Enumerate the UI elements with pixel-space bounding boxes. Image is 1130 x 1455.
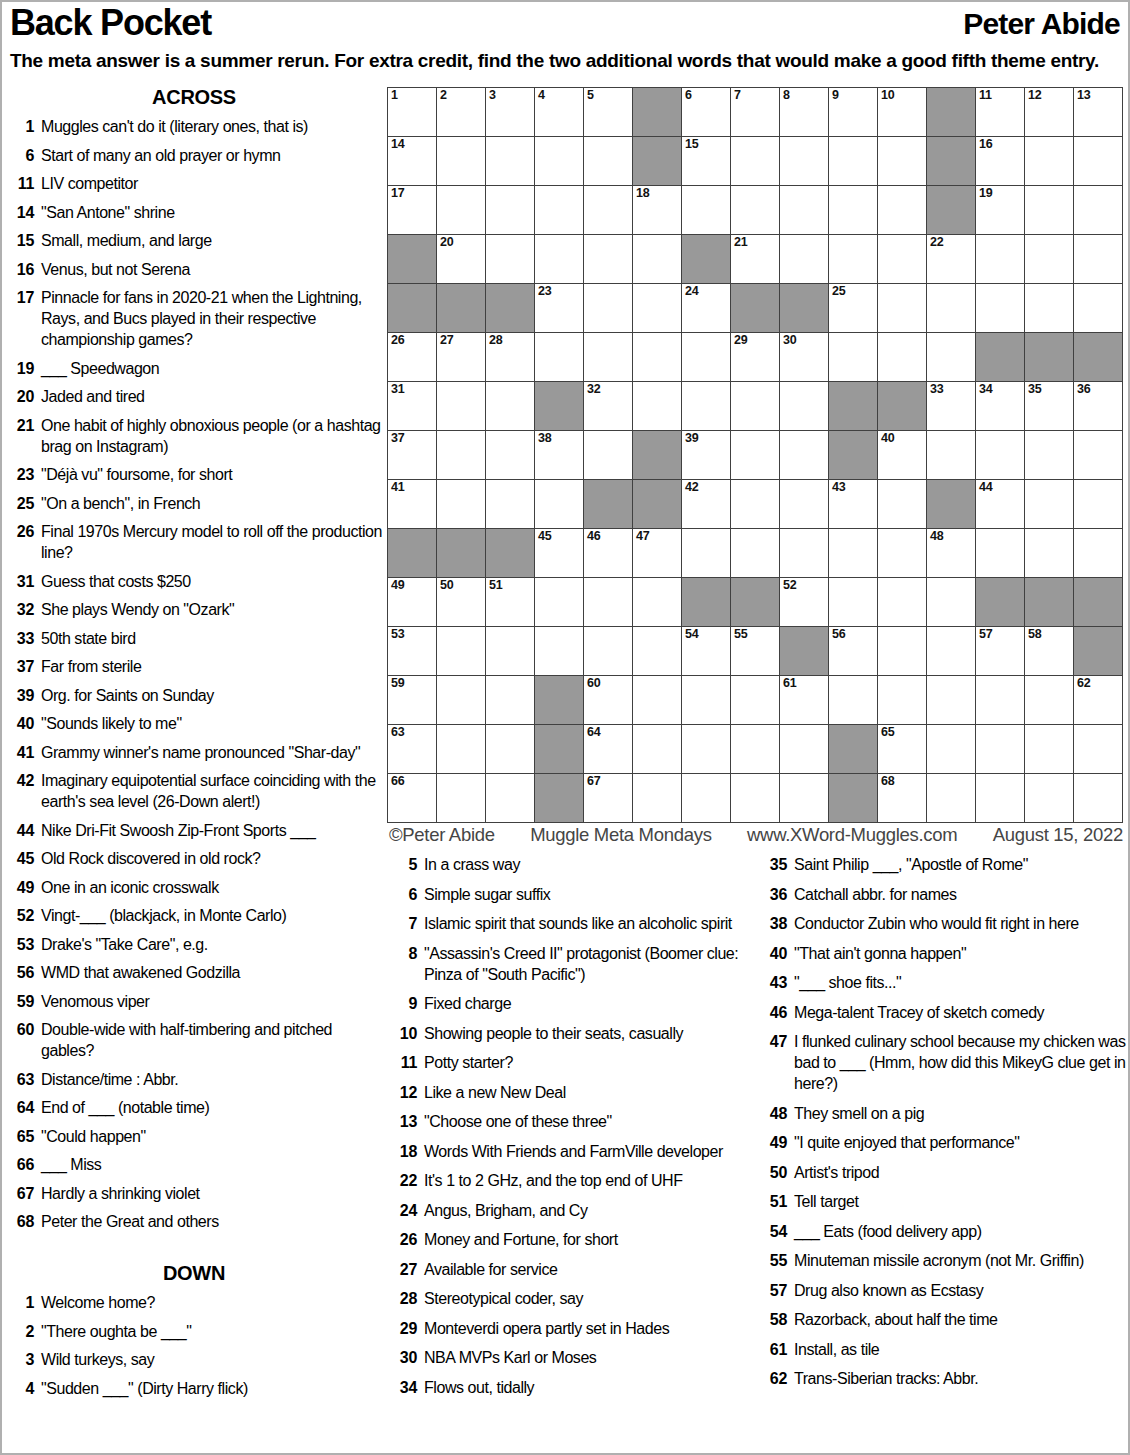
clue-down-38: 38Conductor Zubin who would fit right in… [759, 913, 1127, 934]
cell-r13c9[interactable]: 61 [780, 676, 828, 724]
clue-down-62: 62Trans-Siberian tracks: Abbr. [759, 1368, 1127, 1389]
clue-number: 27 [389, 1259, 417, 1280]
clue-across-39: 39Org. for Saints on Sunday [6, 685, 382, 706]
cell-r8c7[interactable]: 39 [682, 431, 730, 479]
cell-r2c7[interactable]: 15 [682, 137, 730, 185]
clue-number: 11 [389, 1052, 417, 1073]
cell-r3c15[interactable] [1074, 186, 1122, 234]
cell-r13c2[interactable] [437, 676, 485, 724]
cell-r1c7[interactable]: 6 [682, 88, 730, 136]
cell-r14c6[interactable] [633, 725, 681, 773]
cell-r2c13[interactable]: 16 [976, 137, 1024, 185]
cell-r7c12[interactable]: 33 [927, 382, 975, 430]
cell-r14c11[interactable]: 65 [878, 725, 926, 773]
cell-r10c11[interactable] [878, 529, 926, 577]
clue-number: 41 [6, 742, 34, 763]
crossword-grid[interactable]: 1234567891011121314151617181920212223242… [387, 87, 1123, 823]
clue-text: Mega-talent Tracey of sketch comedy [794, 1002, 1044, 1023]
cell-r3c6[interactable]: 18 [633, 186, 681, 234]
clue-number: 28 [389, 1288, 417, 1309]
cell-r2c9[interactable] [780, 137, 828, 185]
clue-number: 60 [6, 1019, 34, 1061]
cell-r2c4[interactable] [535, 137, 583, 185]
cell-r15c7[interactable] [682, 774, 730, 822]
cell-r9c4[interactable] [535, 480, 583, 528]
clue-across-32: 32She plays Wendy on "Ozark" [6, 599, 382, 620]
cell-r15c9[interactable] [780, 774, 828, 822]
cell-r3c8[interactable] [731, 186, 779, 234]
cell-r11c3[interactable]: 51 [486, 578, 534, 626]
clue-number: 43 [759, 972, 787, 993]
cell-r9c2[interactable] [437, 480, 485, 528]
clue-number: 40 [759, 943, 787, 964]
cell-r1c9[interactable]: 8 [780, 88, 828, 136]
clue-text: Minuteman missile acronym (not Mr. Griff… [794, 1250, 1084, 1271]
cell-r15c6[interactable] [633, 774, 681, 822]
cell-r10c9[interactable] [780, 529, 828, 577]
cell-r12c7[interactable]: 54 [682, 627, 730, 675]
cell-r6c5[interactable] [584, 333, 632, 381]
black-cell-r9c12 [927, 480, 975, 528]
cell-r1c11[interactable]: 10 [878, 88, 926, 136]
cell-r7c14[interactable]: 35 [1025, 382, 1073, 430]
cell-r6c9[interactable]: 30 [780, 333, 828, 381]
cell-r2c8[interactable] [731, 137, 779, 185]
clue-number: 54 [759, 1221, 787, 1242]
cell-r9c8[interactable] [731, 480, 779, 528]
clue-text: LIV competitor [41, 173, 138, 194]
cell-r8c2[interactable] [437, 431, 485, 479]
down-clues-column-middle: 5In a crass way6Simple sugar suffix7Isla… [389, 854, 757, 1406]
clue-number: 1 [6, 1292, 34, 1313]
cell-r7c2[interactable] [437, 382, 485, 430]
cell-r15c8[interactable] [731, 774, 779, 822]
black-cell-r10c2 [437, 529, 485, 577]
clue-text: Saint Philip ___, "Apostle of Rome" [794, 854, 1028, 875]
cell-r2c3[interactable] [486, 137, 534, 185]
clue-text: Potty starter? [424, 1052, 513, 1073]
cell-r4c6[interactable] [633, 235, 681, 283]
cell-r15c2[interactable] [437, 774, 485, 822]
clue-number: 5 [389, 854, 417, 875]
cell-r5c7[interactable]: 24 [682, 284, 730, 332]
black-cell-r5c9 [780, 284, 828, 332]
clue-across-1: 1Muggles can't do it (literary ones, tha… [6, 116, 382, 137]
puzzle-author: Peter Abide [963, 7, 1120, 41]
cell-r9c7[interactable]: 42 [682, 480, 730, 528]
cell-r14c8[interactable] [731, 725, 779, 773]
clue-down-4: 4"Sudden ___" (Dirty Harry flick) [6, 1378, 382, 1399]
cell-r11c9[interactable]: 52 [780, 578, 828, 626]
cell-r13c7[interactable] [682, 676, 730, 724]
black-cell-r5c8 [731, 284, 779, 332]
cell-number: 64 [587, 725, 600, 739]
cell-r6c10[interactable] [829, 333, 877, 381]
cell-r4c4[interactable] [535, 235, 583, 283]
cell-r14c14[interactable] [1025, 725, 1073, 773]
cell-number: 38 [538, 431, 551, 445]
cell-r7c15[interactable]: 36 [1074, 382, 1122, 430]
cell-r3c14[interactable] [1025, 186, 1073, 234]
clue-down-58: 58Razorback, about half the time [759, 1309, 1127, 1330]
cell-r4c14[interactable] [1025, 235, 1073, 283]
clue-across-49: 49One in an iconic crosswalk [6, 877, 382, 898]
cell-r6c8[interactable]: 29 [731, 333, 779, 381]
black-cell-r14c10 [829, 725, 877, 773]
cell-r3c10[interactable] [829, 186, 877, 234]
cell-r13c13[interactable] [976, 676, 1024, 724]
meta-instructions: The meta answer is a summer rerun. For e… [10, 50, 1126, 72]
cell-r5c13[interactable] [976, 284, 1024, 332]
cell-r5c11[interactable] [878, 284, 926, 332]
cell-r14c15[interactable] [1074, 725, 1122, 773]
clue-number: 67 [6, 1183, 34, 1204]
cell-r4c11[interactable] [878, 235, 926, 283]
cell-r8c9[interactable] [780, 431, 828, 479]
clue-number: 35 [759, 854, 787, 875]
down-header: DOWN [6, 1262, 382, 1285]
cell-number: 15 [685, 137, 698, 151]
black-cell-r6c13 [976, 333, 1024, 381]
cell-r5c6[interactable] [633, 284, 681, 332]
cell-r4c12[interactable]: 22 [927, 235, 975, 283]
clue-down-6: 6Simple sugar suffix [389, 884, 757, 905]
clue-text: Drake's "Take Care", e.g. [41, 934, 208, 955]
cell-r9c10[interactable]: 43 [829, 480, 877, 528]
cell-r12c3[interactable] [486, 627, 534, 675]
black-cell-r13c4 [535, 676, 583, 724]
cell-r13c8[interactable] [731, 676, 779, 724]
cell-r1c2[interactable]: 2 [437, 88, 485, 136]
cell-r4c5[interactable] [584, 235, 632, 283]
cell-r10c6[interactable]: 47 [633, 529, 681, 577]
cell-number: 10 [881, 88, 894, 102]
clue-text: "Sudden ___" (Dirty Harry flick) [41, 1378, 248, 1399]
cell-number: 9 [832, 88, 839, 102]
clue-across-45: 45Old Rock discovered in old rock? [6, 848, 382, 869]
cell-r4c8[interactable]: 21 [731, 235, 779, 283]
cell-r10c13[interactable] [976, 529, 1024, 577]
footer-url[interactable]: www.XWord-Muggles.com [747, 824, 957, 846]
cell-r3c4[interactable] [535, 186, 583, 234]
cell-r1c15[interactable]: 13 [1074, 88, 1122, 136]
cell-r7c13[interactable]: 34 [976, 382, 1024, 430]
cell-r1c13[interactable]: 11 [976, 88, 1024, 136]
clue-number: 9 [389, 993, 417, 1014]
cell-r13c6[interactable] [633, 676, 681, 724]
cell-r14c2[interactable] [437, 725, 485, 773]
cell-r5c15[interactable] [1074, 284, 1122, 332]
cell-r3c1[interactable]: 17 [388, 186, 436, 234]
cell-r6c2[interactable]: 27 [437, 333, 485, 381]
cell-number: 50 [440, 578, 453, 592]
cell-r4c9[interactable] [780, 235, 828, 283]
cell-r8c1[interactable]: 37 [388, 431, 436, 479]
cell-r9c14[interactable] [1025, 480, 1073, 528]
clue-number: 32 [6, 599, 34, 620]
cell-r15c12[interactable] [927, 774, 975, 822]
cell-r12c14[interactable]: 58 [1025, 627, 1073, 675]
cell-r12c8[interactable]: 55 [731, 627, 779, 675]
clue-text: Showing people to their seats, casually [424, 1023, 683, 1044]
across-clue-list: 1Muggles can't do it (literary ones, tha… [6, 116, 382, 1232]
cell-r7c8[interactable] [731, 382, 779, 430]
cell-r9c9[interactable] [780, 480, 828, 528]
cell-number: 5 [587, 88, 594, 102]
cell-r12c5[interactable] [584, 627, 632, 675]
cell-r8c8[interactable] [731, 431, 779, 479]
cell-r12c12[interactable] [927, 627, 975, 675]
cell-r10c12[interactable]: 48 [927, 529, 975, 577]
cell-r12c2[interactable] [437, 627, 485, 675]
cell-r4c2[interactable]: 20 [437, 235, 485, 283]
cell-r12c13[interactable]: 57 [976, 627, 1024, 675]
clue-number: 64 [6, 1097, 34, 1118]
clue-across-23: 23"Déjà vu" foursome, for short [6, 464, 382, 485]
clue-down-35: 35Saint Philip ___, "Apostle of Rome" [759, 854, 1127, 875]
cell-r12c11[interactable] [878, 627, 926, 675]
cell-r4c3[interactable] [486, 235, 534, 283]
clue-across-63: 63Distance/time : Abbr. [6, 1069, 382, 1090]
clue-number: 65 [6, 1126, 34, 1147]
clue-down-1: 1Welcome home? [6, 1292, 382, 1313]
cell-r11c2[interactable]: 50 [437, 578, 485, 626]
cell-r6c7[interactable] [682, 333, 730, 381]
black-cell-r15c10 [829, 774, 877, 822]
black-cell-r8c10 [829, 431, 877, 479]
cell-r15c5[interactable]: 67 [584, 774, 632, 822]
cell-r2c5[interactable] [584, 137, 632, 185]
cell-number: 14 [391, 137, 404, 151]
cell-r5c5[interactable] [584, 284, 632, 332]
cell-r2c2[interactable] [437, 137, 485, 185]
clue-down-54: 54___ Eats (food delivery app) [759, 1221, 1127, 1242]
cell-r15c11[interactable]: 68 [878, 774, 926, 822]
clue-across-59: 59Venomous viper [6, 991, 382, 1012]
cell-number: 51 [489, 578, 502, 592]
cell-r3c13[interactable]: 19 [976, 186, 1024, 234]
cell-r5c12[interactable] [927, 284, 975, 332]
cell-r6c11[interactable] [878, 333, 926, 381]
clue-text: Fixed charge [424, 993, 511, 1014]
cell-r5c4[interactable]: 23 [535, 284, 583, 332]
clue-number: 42 [6, 770, 34, 812]
cell-number: 17 [391, 186, 404, 200]
cell-r8c15[interactable] [1074, 431, 1122, 479]
black-cell-r7c4 [535, 382, 583, 430]
cell-r11c1[interactable]: 49 [388, 578, 436, 626]
cell-r7c7[interactable] [682, 382, 730, 430]
clue-text: She plays Wendy on "Ozark" [41, 599, 234, 620]
cell-r1c14[interactable]: 12 [1025, 88, 1073, 136]
cell-number: 12 [1028, 88, 1041, 102]
cell-r9c1[interactable]: 41 [388, 480, 436, 528]
clue-across-17: 17Pinnacle for fans in 2020-21 when the … [6, 287, 382, 350]
cell-r8c12[interactable] [927, 431, 975, 479]
cell-r6c3[interactable]: 28 [486, 333, 534, 381]
cell-r7c6[interactable] [633, 382, 681, 430]
cell-number: 30 [783, 333, 796, 347]
cell-r9c11[interactable] [878, 480, 926, 528]
cell-r6c1[interactable]: 26 [388, 333, 436, 381]
clue-across-11: 11LIV competitor [6, 173, 382, 194]
cell-r4c15[interactable] [1074, 235, 1122, 283]
cell-r14c1[interactable]: 63 [388, 725, 436, 773]
clue-number: 48 [759, 1103, 787, 1124]
clue-across-33: 3350th state bird [6, 628, 382, 649]
cell-r10c5[interactable]: 46 [584, 529, 632, 577]
cell-r14c5[interactable]: 64 [584, 725, 632, 773]
cell-r10c4[interactable]: 45 [535, 529, 583, 577]
clue-number: 36 [759, 884, 787, 905]
cell-r3c2[interactable] [437, 186, 485, 234]
clue-number: 26 [6, 521, 34, 563]
clue-down-29: 29Monteverdi opera partly set in Hades [389, 1318, 757, 1339]
cell-r8c4[interactable]: 38 [535, 431, 583, 479]
cell-r10c7[interactable] [682, 529, 730, 577]
cell-r11c12[interactable] [927, 578, 975, 626]
cell-r13c10[interactable] [829, 676, 877, 724]
cell-r8c5[interactable] [584, 431, 632, 479]
cell-r6c6[interactable] [633, 333, 681, 381]
cell-r13c3[interactable] [486, 676, 534, 724]
clue-text: Hardly a shrinking violet [41, 1183, 200, 1204]
cell-number: 40 [881, 431, 894, 445]
clue-text: Double-wide with half-timbering and pitc… [41, 1019, 382, 1061]
cell-r11c10[interactable] [829, 578, 877, 626]
clue-across-14: 14"San Antone" shrine [6, 202, 382, 223]
cell-r14c3[interactable] [486, 725, 534, 773]
cell-r9c3[interactable] [486, 480, 534, 528]
black-cell-r12c9 [780, 627, 828, 675]
clue-text: Catchall abbr. for names [794, 884, 957, 905]
cell-r2c1[interactable]: 14 [388, 137, 436, 185]
cell-number: 62 [1077, 676, 1090, 690]
clue-text: Grammy winner's name pronounced "Shar-da… [41, 742, 360, 763]
cell-number: 60 [587, 676, 600, 690]
cell-r10c15[interactable] [1074, 529, 1122, 577]
cell-r1c1[interactable]: 1 [388, 88, 436, 136]
cell-r15c1[interactable]: 66 [388, 774, 436, 822]
cell-r3c11[interactable] [878, 186, 926, 234]
black-cell-r6c15 [1074, 333, 1122, 381]
clue-down-55: 55Minuteman missile acronym (not Mr. Gri… [759, 1250, 1127, 1271]
cell-r2c14[interactable] [1025, 137, 1073, 185]
clue-down-11: 11Potty starter? [389, 1052, 757, 1073]
cell-r7c5[interactable]: 32 [584, 382, 632, 430]
clue-number: 10 [389, 1023, 417, 1044]
cell-r1c4[interactable]: 4 [535, 88, 583, 136]
cell-number: 39 [685, 431, 698, 445]
cell-number: 68 [881, 774, 894, 788]
cell-r1c5[interactable]: 5 [584, 88, 632, 136]
cell-r13c14[interactable] [1025, 676, 1073, 724]
cell-r14c13[interactable] [976, 725, 1024, 773]
cell-r10c8[interactable] [731, 529, 779, 577]
cell-number: 55 [734, 627, 747, 641]
cell-r6c12[interactable] [927, 333, 975, 381]
cell-r12c10[interactable]: 56 [829, 627, 877, 675]
cell-r3c5[interactable] [584, 186, 632, 234]
clue-text: Small, medium, and large [41, 230, 212, 251]
cell-r1c8[interactable]: 7 [731, 88, 779, 136]
black-cell-r5c2 [437, 284, 485, 332]
cell-r10c10[interactable] [829, 529, 877, 577]
cell-number: 52 [783, 578, 796, 592]
cell-r11c5[interactable] [584, 578, 632, 626]
cell-r5c10[interactable]: 25 [829, 284, 877, 332]
black-cell-r5c3 [486, 284, 534, 332]
cell-r3c7[interactable] [682, 186, 730, 234]
cell-r11c11[interactable] [878, 578, 926, 626]
cell-r15c13[interactable] [976, 774, 1024, 822]
cell-r3c9[interactable] [780, 186, 828, 234]
cell-r13c11[interactable] [878, 676, 926, 724]
cell-r15c3[interactable] [486, 774, 534, 822]
cell-r2c15[interactable] [1074, 137, 1122, 185]
cell-r15c14[interactable] [1025, 774, 1073, 822]
cell-r11c4[interactable] [535, 578, 583, 626]
cell-r13c12[interactable] [927, 676, 975, 724]
clue-number: 61 [759, 1339, 787, 1360]
cell-r11c6[interactable] [633, 578, 681, 626]
cell-r4c13[interactable] [976, 235, 1024, 283]
cell-r9c15[interactable] [1074, 480, 1122, 528]
cell-r13c1[interactable]: 59 [388, 676, 436, 724]
cell-r1c10[interactable]: 9 [829, 88, 877, 136]
cell-r6c4[interactable] [535, 333, 583, 381]
footer-copyright: ©Peter Abide [389, 824, 495, 846]
cell-r12c1[interactable]: 53 [388, 627, 436, 675]
cell-r2c10[interactable] [829, 137, 877, 185]
clue-text: Muggles can't do it (literary ones, that… [41, 116, 308, 137]
clue-text: Pinnacle for fans in 2020-21 when the Li… [41, 287, 382, 350]
cell-r15c15[interactable] [1074, 774, 1122, 822]
cell-r5c14[interactable] [1025, 284, 1073, 332]
clue-down-36: 36Catchall abbr. for names [759, 884, 1127, 905]
cell-r10c14[interactable] [1025, 529, 1073, 577]
cell-r7c3[interactable] [486, 382, 534, 430]
cell-r9c13[interactable]: 44 [976, 480, 1024, 528]
cell-r7c9[interactable] [780, 382, 828, 430]
cell-number: 13 [1077, 88, 1090, 102]
cell-r3c3[interactable] [486, 186, 534, 234]
cell-r8c13[interactable] [976, 431, 1024, 479]
clue-number: 63 [6, 1069, 34, 1090]
cell-r4c10[interactable] [829, 235, 877, 283]
cell-r8c14[interactable] [1025, 431, 1073, 479]
cell-r14c7[interactable] [682, 725, 730, 773]
black-cell-r11c8 [731, 578, 779, 626]
clue-down-12: 12Like a new New Deal [389, 1082, 757, 1103]
cell-r12c4[interactable] [535, 627, 583, 675]
clue-down-22: 22It's 1 to 2 GHz, and the top end of UH… [389, 1170, 757, 1191]
clue-text: Guess that costs $250 [41, 571, 191, 592]
cell-r8c3[interactable] [486, 431, 534, 479]
black-cell-r1c12 [927, 88, 975, 136]
cell-r12c6[interactable] [633, 627, 681, 675]
clue-number: 11 [6, 173, 34, 194]
cell-r2c11[interactable] [878, 137, 926, 185]
cell-r14c12[interactable] [927, 725, 975, 773]
cell-r1c3[interactable]: 3 [486, 88, 534, 136]
cell-r8c11[interactable]: 40 [878, 431, 926, 479]
cell-number: 56 [832, 627, 845, 641]
cell-r13c5[interactable]: 60 [584, 676, 632, 724]
cell-r7c1[interactable]: 31 [388, 382, 436, 430]
cell-r14c9[interactable] [780, 725, 828, 773]
cell-r13c15[interactable]: 62 [1074, 676, 1122, 724]
